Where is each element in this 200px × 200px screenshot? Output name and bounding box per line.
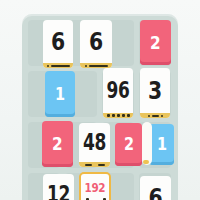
card-bottom-edge	[43, 63, 73, 68]
tile-number: 2	[52, 135, 63, 153]
tile-number: 3	[142, 68, 168, 113]
tile-6-r1c2[interactable]: 6	[80, 20, 112, 68]
card-bottom-edge	[79, 162, 110, 167]
tile-number: 1	[156, 136, 166, 153]
tile-12-r4c1[interactable]: 12	[43, 174, 74, 200]
card-bottom-edge	[140, 113, 170, 118]
card-bottom-edge	[103, 113, 133, 118]
tile-3-r2c4[interactable]: 3	[140, 68, 170, 118]
threes-game-screen: 6 6 2 1 96 3 2 48 2	[0, 0, 200, 200]
tile-number: 1	[55, 86, 65, 103]
tile-2-merging[interactable]: 2	[115, 123, 142, 166]
tile-face-eye	[103, 198, 106, 200]
tile-number: 2	[123, 136, 133, 153]
tile-number: 6	[45, 20, 71, 63]
tile-96-r2c3[interactable]: 96	[103, 68, 133, 118]
card-edge-foot	[143, 160, 149, 164]
tile-number: 192	[85, 181, 106, 194]
tile-6-r1c1[interactable]: 6	[43, 20, 73, 68]
tile-number: 2	[150, 34, 161, 52]
tile-number: 12	[47, 174, 70, 200]
tile-6-r4c4[interactable]: 6	[140, 176, 171, 200]
tile-number: 96	[107, 68, 129, 113]
tile-192-highlighted[interactable]: 192	[79, 172, 111, 200]
tile-number: 6	[142, 176, 168, 200]
tile-face-eye	[86, 198, 89, 200]
tile-1-r2c1[interactable]: 1	[45, 71, 75, 117]
tile-2-r3c1[interactable]: 2	[42, 121, 73, 167]
tile-1-r3c4[interactable]: 1	[149, 124, 174, 165]
tile-48-r3c2[interactable]: 48	[79, 123, 110, 167]
board-swipe-area[interactable]: 6 6 2 1 96 3 2 48 2	[22, 14, 178, 200]
tile-2-r1c4[interactable]: 2	[140, 20, 171, 65]
flipping-card-edge	[142, 122, 152, 165]
tile-number: 6	[82, 20, 109, 63]
tile-number: 48	[83, 123, 106, 162]
